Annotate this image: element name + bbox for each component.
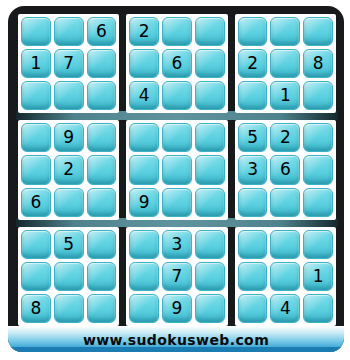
cell-r4c5[interactable]	[162, 123, 192, 152]
cell-r9c6[interactable]	[195, 294, 225, 323]
cell-r4c1[interactable]	[21, 123, 51, 152]
cell-r8c6[interactable]	[195, 262, 225, 291]
cell-r9c9[interactable]	[303, 294, 333, 323]
cell-r6c8[interactable]	[270, 188, 300, 217]
cell-r3c5[interactable]	[162, 81, 192, 110]
cell-r2c6[interactable]	[195, 49, 225, 78]
cell-r4c7[interactable]: 5	[238, 123, 268, 152]
cell-r1c6[interactable]	[195, 17, 225, 46]
cell-r7c8[interactable]	[270, 230, 300, 259]
cell-r2c4[interactable]	[129, 49, 159, 78]
cell-r8c4[interactable]	[129, 262, 159, 291]
cell-r6c4[interactable]: 9	[129, 188, 159, 217]
cell-r9c1[interactable]: 8	[21, 294, 51, 323]
page: 617 264 281 926 9 5236 58 379 14 www.sud…	[0, 0, 350, 360]
cell-r8c3[interactable]	[87, 262, 117, 291]
cell-r4c9[interactable]	[303, 123, 333, 152]
cell-r6c5[interactable]	[162, 188, 192, 217]
cell-r4c3[interactable]	[87, 123, 117, 152]
cell-r7c4[interactable]	[129, 230, 159, 259]
cell-r1c9[interactable]	[303, 17, 333, 46]
cell-r5c3[interactable]	[87, 155, 117, 184]
cell-r6c7[interactable]	[238, 188, 268, 217]
cell-r5c5[interactable]	[162, 155, 192, 184]
sudoku-grid: 617 264 281 926 9 5236 58 379 14	[18, 14, 336, 326]
cell-r7c6[interactable]	[195, 230, 225, 259]
cell-r2c9[interactable]: 8	[303, 49, 333, 78]
cell-r6c1[interactable]: 6	[21, 188, 51, 217]
sudoku-box-6: 5236	[235, 120, 336, 219]
footer-bar: www.sudokusweb.com	[8, 326, 344, 352]
cell-r3c4[interactable]: 4	[129, 81, 159, 110]
footer-shadow-edge	[8, 347, 344, 352]
cell-r8c1[interactable]	[21, 262, 51, 291]
cell-r3c3[interactable]	[87, 81, 117, 110]
cell-r4c2[interactable]: 9	[54, 123, 84, 152]
cell-r5c4[interactable]	[129, 155, 159, 184]
cell-r4c6[interactable]	[195, 123, 225, 152]
sudoku-box-1: 617	[18, 14, 119, 113]
cell-r8c7[interactable]	[238, 262, 268, 291]
sudoku-box-5: 9	[126, 120, 227, 219]
cell-r9c5[interactable]: 9	[162, 294, 192, 323]
cell-r2c1[interactable]: 1	[21, 49, 51, 78]
cell-r1c1[interactable]	[21, 17, 51, 46]
cell-r3c6[interactable]	[195, 81, 225, 110]
cell-r5c8[interactable]: 6	[270, 155, 300, 184]
cell-r7c7[interactable]	[238, 230, 268, 259]
cell-r1c3[interactable]: 6	[87, 17, 117, 46]
sudoku-box-3: 281	[235, 14, 336, 113]
cell-r1c5[interactable]	[162, 17, 192, 46]
cell-r7c1[interactable]	[21, 230, 51, 259]
sudoku-box-4: 926	[18, 120, 119, 219]
cell-r2c8[interactable]	[270, 49, 300, 78]
cell-r5c2[interactable]: 2	[54, 155, 84, 184]
cell-r9c8[interactable]: 4	[270, 294, 300, 323]
cell-r7c2[interactable]: 5	[54, 230, 84, 259]
cell-r8c9[interactable]: 1	[303, 262, 333, 291]
cell-r9c2[interactable]	[54, 294, 84, 323]
cell-r6c2[interactable]	[54, 188, 84, 217]
cell-r2c3[interactable]	[87, 49, 117, 78]
sudoku-box-8: 379	[126, 227, 227, 326]
cell-r8c8[interactable]	[270, 262, 300, 291]
cell-r6c9[interactable]	[303, 188, 333, 217]
cell-r7c3[interactable]	[87, 230, 117, 259]
cell-r1c2[interactable]	[54, 17, 84, 46]
sudoku-box-9: 14	[235, 227, 336, 326]
cell-r3c8[interactable]: 1	[270, 81, 300, 110]
cell-r5c9[interactable]	[303, 155, 333, 184]
cell-r1c8[interactable]	[270, 17, 300, 46]
sudoku-box-7: 58	[18, 227, 119, 326]
cell-r5c6[interactable]	[195, 155, 225, 184]
cell-r7c9[interactable]	[303, 230, 333, 259]
cell-r9c3[interactable]	[87, 294, 117, 323]
cell-r3c1[interactable]	[21, 81, 51, 110]
cell-r1c7[interactable]	[238, 17, 268, 46]
cell-r9c7[interactable]	[238, 294, 268, 323]
cell-r4c4[interactable]	[129, 123, 159, 152]
cell-r5c1[interactable]	[21, 155, 51, 184]
cell-r2c7[interactable]: 2	[238, 49, 268, 78]
cell-r8c5[interactable]: 7	[162, 262, 192, 291]
cell-r6c6[interactable]	[195, 188, 225, 217]
cell-r3c7[interactable]	[238, 81, 268, 110]
cell-r3c9[interactable]	[303, 81, 333, 110]
cell-r4c8[interactable]: 2	[270, 123, 300, 152]
cell-r6c3[interactable]	[87, 188, 117, 217]
cell-r3c2[interactable]	[54, 81, 84, 110]
sudoku-board: 617 264 281 926 9 5236 58 379 14 www.sud…	[8, 6, 344, 352]
cell-r9c4[interactable]	[129, 294, 159, 323]
cell-r7c5[interactable]: 3	[162, 230, 192, 259]
cell-r8c2[interactable]	[54, 262, 84, 291]
cell-r5c7[interactable]: 3	[238, 155, 268, 184]
cell-r2c2[interactable]: 7	[54, 49, 84, 78]
cell-r1c4[interactable]: 2	[129, 17, 159, 46]
cell-r2c5[interactable]: 6	[162, 49, 192, 78]
sudoku-box-2: 264	[126, 14, 227, 113]
website-link[interactable]: www.sudokusweb.com	[83, 332, 269, 348]
